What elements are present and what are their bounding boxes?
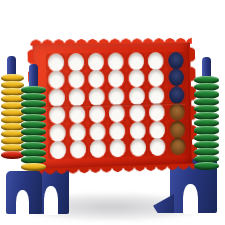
- connect-four-board: [27, 36, 197, 177]
- giant-connect-four-product-photo: [0, 0, 225, 225]
- board-cell-r2c1: [46, 71, 67, 89]
- ring-stack-right: [194, 76, 219, 170]
- right-post-tip: [202, 57, 211, 78]
- board-face: [32, 43, 192, 170]
- board-cell-r1c4: [106, 52, 126, 70]
- ring-stack-left-front: [21, 86, 46, 171]
- board-cell-r5c7: [167, 120, 187, 138]
- board-cell-r1c6: [146, 52, 166, 70]
- board-hole: [169, 103, 185, 121]
- board-cell-r5c6: [148, 121, 168, 139]
- left-back-post-tip: [7, 56, 16, 76]
- board-cell-r1c1: [46, 53, 67, 71]
- board-cell-r4c1: [47, 106, 68, 124]
- board-cell-r5c2: [68, 123, 89, 141]
- board-cell-r3c7: [167, 86, 187, 104]
- board-hole: [89, 105, 105, 123]
- board-hole: [88, 70, 104, 88]
- board-hole: [90, 122, 106, 140]
- board-hole: [69, 88, 85, 106]
- board-hole: [109, 104, 125, 122]
- board-cell-r3c2: [67, 88, 88, 106]
- board-cell-r4c4: [108, 105, 128, 123]
- green-ring: [194, 162, 219, 170]
- board-cell-r1c3: [86, 53, 106, 71]
- board-cell-r2c5: [127, 70, 147, 88]
- board-cell-r1c2: [66, 53, 87, 71]
- board-right-leg-arch: [183, 184, 198, 214]
- board-cell-r3c3: [87, 88, 107, 106]
- board-cell-r6c7: [168, 138, 188, 156]
- board-hole: [128, 69, 144, 87]
- board-cell-r4c5: [128, 104, 148, 122]
- board-hole: [49, 106, 65, 124]
- board-cell-r2c3: [87, 70, 107, 88]
- board-hole: [47, 53, 63, 71]
- board-hole: [89, 87, 105, 105]
- board-cell-r6c2: [68, 141, 89, 159]
- board-cell-r6c1: [48, 141, 69, 159]
- board-cell-r3c6: [147, 86, 167, 104]
- yellow-ring: [21, 163, 46, 171]
- board-cell-r1c7: [166, 52, 186, 70]
- board-hole: [109, 87, 125, 105]
- board-hole: [130, 139, 146, 157]
- board-hole: [169, 86, 185, 104]
- board-left-leg-arch: [44, 186, 58, 215]
- board-hole: [128, 52, 144, 70]
- board-cell-r2c2: [67, 71, 88, 89]
- board-cell-r4c2: [67, 106, 88, 124]
- board-hole: [108, 70, 124, 88]
- board-hole: [88, 53, 104, 71]
- board-cell-r2c7: [166, 69, 186, 87]
- board-hole: [108, 52, 124, 70]
- board-hole: [129, 104, 145, 122]
- board-hole: [69, 123, 85, 141]
- board-hole: [168, 51, 184, 69]
- board-cell-r6c6: [148, 138, 168, 156]
- board-hole: [168, 69, 184, 87]
- board-hole: [48, 71, 64, 89]
- board-cell-r5c1: [47, 124, 68, 142]
- board-hole: [48, 88, 64, 106]
- board-hole: [148, 52, 164, 70]
- board-cell-r4c6: [147, 104, 167, 122]
- board-hole: [149, 86, 165, 104]
- board-cell-r4c7: [167, 103, 187, 121]
- board-hole: [169, 120, 185, 138]
- board-hole: [69, 105, 85, 123]
- board-cell-r5c4: [108, 122, 128, 140]
- board-hole: [110, 122, 126, 140]
- board-cell-r3c4: [107, 87, 127, 105]
- board-hole: [70, 140, 86, 159]
- front-left-leg-arch: [16, 190, 29, 216]
- board-hole: [90, 140, 106, 158]
- board-cell-r6c3: [88, 140, 108, 158]
- left-front-post-tip: [29, 64, 38, 88]
- board-hole: [68, 53, 84, 71]
- board-cell-r1c5: [126, 52, 146, 70]
- board-cell-r5c3: [88, 123, 108, 141]
- board-cell-r6c5: [128, 139, 148, 157]
- board-hole: [149, 104, 165, 122]
- board-hole: [150, 138, 166, 156]
- board-hole: [148, 69, 164, 87]
- board-cell-r3c5: [127, 87, 147, 105]
- board-hole: [170, 137, 186, 155]
- board-cell-r2c4: [107, 70, 127, 88]
- board-cell-r5c5: [128, 121, 148, 139]
- board-cell-r4c3: [88, 105, 108, 123]
- board-hole: [130, 121, 146, 139]
- board-cell-r2c6: [147, 69, 167, 87]
- board-hole: [129, 87, 145, 105]
- board-hole: [68, 70, 84, 88]
- board-cell-r3c1: [47, 88, 68, 106]
- board-hole: [49, 141, 65, 160]
- board-hole: [149, 121, 165, 139]
- board-cell-r6c4: [108, 139, 128, 157]
- board-hole: [49, 123, 65, 142]
- board-hole: [110, 139, 126, 157]
